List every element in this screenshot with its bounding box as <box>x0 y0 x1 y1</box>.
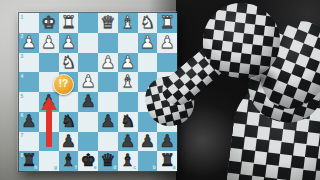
square-e7[interactable] <box>78 132 98 152</box>
piece-black-r-a8[interactable]: ♜ <box>157 151 177 171</box>
square-f7[interactable]: ♟ <box>59 132 79 152</box>
piece-white-p-f2[interactable]: ♟ <box>59 33 79 53</box>
piece-white-n-f3[interactable]: ♞ <box>59 53 79 73</box>
square-d6[interactable]: ♟ <box>98 112 118 132</box>
square-g2[interactable]: ♟ <box>39 33 59 53</box>
square-f1[interactable]: ♜ <box>59 13 79 33</box>
square-d8[interactable]: d♛ <box>98 151 118 171</box>
piece-white-r-a1[interactable]: ♜ <box>157 13 177 33</box>
square-a2[interactable]: ♟ <box>157 33 177 53</box>
badge-label: !? <box>59 79 68 89</box>
square-h7[interactable]: 7 <box>19 132 39 152</box>
square-b2[interactable]: ♟ <box>138 33 158 53</box>
square-b7[interactable]: ♟ <box>138 132 158 152</box>
piece-black-p-a7[interactable]: ♟ <box>157 132 177 152</box>
square-e4[interactable]: ♟ <box>78 72 98 92</box>
piece-white-p-d3[interactable]: ♟ <box>98 53 118 73</box>
square-b4[interactable] <box>138 72 158 92</box>
piece-black-p-b7[interactable]: ♟ <box>138 132 158 152</box>
square-h4[interactable]: 4 <box>19 72 39 92</box>
square-f3[interactable]: ♞ <box>59 53 79 73</box>
rank-label-7: 7 <box>21 133 24 138</box>
piece-white-n-b1[interactable]: ♞ <box>138 13 158 33</box>
square-e8[interactable]: e♚ <box>78 151 98 171</box>
piece-black-n-c6[interactable]: ♞ <box>118 112 138 132</box>
square-d1[interactable]: ♛ <box>98 13 118 33</box>
piece-black-p-c7[interactable]: ♟ <box>118 132 138 152</box>
square-d3[interactable]: ♟ <box>98 53 118 73</box>
square-a3[interactable] <box>157 53 177 73</box>
piece-black-r-h8[interactable]: ♜ <box>19 151 39 171</box>
rank-label-3: 3 <box>21 54 24 59</box>
square-a4[interactable] <box>157 72 177 92</box>
square-b6[interactable] <box>138 112 158 132</box>
square-h2[interactable]: 2♟ <box>19 33 39 53</box>
square-h5[interactable]: 5 <box>19 92 39 112</box>
move-arrow-head <box>41 97 57 110</box>
piece-black-n-f6[interactable]: ♞ <box>59 112 79 132</box>
square-f8[interactable]: f♝ <box>59 151 79 171</box>
piece-white-p-c3[interactable]: ♟ <box>118 53 138 73</box>
thumbnail: 1♚♜♛♝♞♜2♟♟♟♟♟3♞♟♟4♟♝5♟♟6♟♞♟♞7♟♟♟♟8h♜gf♝e… <box>0 0 320 180</box>
square-e6[interactable] <box>78 112 98 132</box>
piece-white-p-e4[interactable]: ♟ <box>78 72 98 92</box>
square-b8[interactable]: b <box>138 151 158 171</box>
square-h3[interactable]: 3 <box>19 53 39 73</box>
piece-white-r-f1[interactable]: ♜ <box>59 13 79 33</box>
square-h6[interactable]: 6♟ <box>19 112 39 132</box>
square-g8[interactable]: g <box>39 151 59 171</box>
square-c5[interactable] <box>118 92 138 112</box>
square-a7[interactable]: ♟ <box>157 132 177 152</box>
square-c6[interactable]: ♞ <box>118 112 138 132</box>
square-a1[interactable]: ♜ <box>157 13 177 33</box>
rank-label-4: 4 <box>21 74 24 79</box>
piece-white-b-c1[interactable]: ♝ <box>118 13 138 33</box>
chess-board[interactable]: 1♚♜♛♝♞♜2♟♟♟♟♟3♞♟♟4♟♝5♟♟6♟♞♟♞7♟♟♟♟8h♜gf♝e… <box>18 12 178 172</box>
square-b1[interactable]: ♞ <box>138 13 158 33</box>
piece-white-q-d1[interactable]: ♛ <box>98 13 118 33</box>
square-c1[interactable]: ♝ <box>118 13 138 33</box>
rank-label-1: 1 <box>21 15 24 20</box>
square-b5[interactable] <box>138 92 158 112</box>
file-label-g: g <box>54 165 57 170</box>
piece-black-b-c8[interactable]: ♝ <box>118 151 138 171</box>
square-h8[interactable]: 8h♜ <box>19 151 39 171</box>
dark-backdrop <box>176 0 320 180</box>
piece-black-p-e5[interactable]: ♟ <box>78 92 98 112</box>
square-b3[interactable] <box>138 53 158 73</box>
square-g1[interactable]: ♚ <box>39 13 59 33</box>
piece-black-p-f7[interactable]: ♟ <box>59 132 79 152</box>
piece-white-k-g1[interactable]: ♚ <box>39 13 59 33</box>
piece-white-p-g2[interactable]: ♟ <box>39 33 59 53</box>
square-f5[interactable] <box>59 92 79 112</box>
square-c4[interactable]: ♝ <box>118 72 138 92</box>
square-g3[interactable] <box>39 53 59 73</box>
square-e5[interactable]: ♟ <box>78 92 98 112</box>
piece-white-p-b2[interactable]: ♟ <box>138 33 158 53</box>
square-d5[interactable] <box>98 92 118 112</box>
square-a6[interactable] <box>157 112 177 132</box>
square-e1[interactable] <box>78 13 98 33</box>
square-c3[interactable]: ♟ <box>118 53 138 73</box>
rank-label-5: 5 <box>21 94 24 99</box>
square-f6[interactable]: ♞ <box>59 112 79 132</box>
piece-white-p-h2[interactable]: ♟ <box>19 33 39 53</box>
square-a8[interactable]: a♜ <box>157 151 177 171</box>
piece-black-q-d8[interactable]: ♛ <box>98 151 118 171</box>
square-d2[interactable] <box>98 33 118 53</box>
square-c8[interactable]: c♝ <box>118 151 138 171</box>
square-c2[interactable] <box>118 33 138 53</box>
square-d7[interactable] <box>98 132 118 152</box>
piece-black-k-e8[interactable]: ♚ <box>78 151 98 171</box>
square-e2[interactable] <box>78 33 98 53</box>
square-e3[interactable] <box>78 53 98 73</box>
piece-black-p-h6[interactable]: ♟ <box>19 112 39 132</box>
square-f2[interactable]: ♟ <box>59 33 79 53</box>
move-arrow-shaft <box>46 110 52 148</box>
square-a5[interactable] <box>157 92 177 112</box>
file-label-b: b <box>153 165 156 170</box>
square-h1[interactable]: 1 <box>19 13 39 33</box>
interesting-move-badge: !? <box>53 74 74 95</box>
piece-black-b-f8[interactable]: ♝ <box>59 151 79 171</box>
piece-white-p-a2[interactable]: ♟ <box>157 33 177 53</box>
square-c7[interactable]: ♟ <box>118 132 138 152</box>
square-d4[interactable] <box>98 72 118 92</box>
piece-white-b-c4[interactable]: ♝ <box>118 72 138 92</box>
piece-black-p-d6[interactable]: ♟ <box>98 112 118 132</box>
